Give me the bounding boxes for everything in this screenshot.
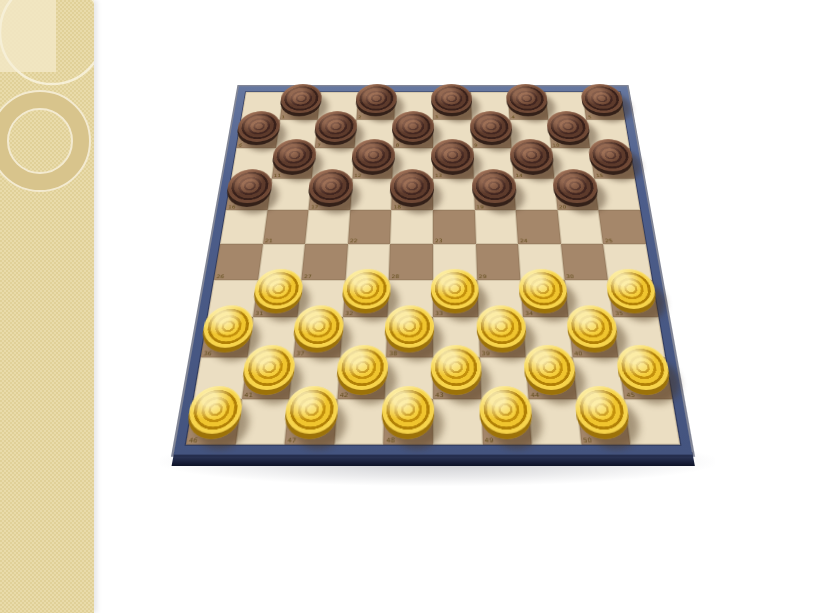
square-number: 12: [354, 173, 361, 177]
square-number: 7: [317, 143, 321, 147]
square: [474, 210, 518, 244]
square: 47: [285, 400, 338, 445]
square-number: 9: [474, 143, 478, 147]
square: 26: [214, 244, 263, 280]
square-number: 46: [188, 437, 198, 444]
dark-piece: [278, 87, 322, 116]
dark-piece: [270, 143, 317, 175]
square-number: 1: [281, 115, 285, 119]
square: 13: [433, 148, 473, 178]
square-number: 30: [566, 274, 574, 279]
square: 20: [554, 178, 599, 210]
dark-piece: [431, 143, 474, 175]
square-number: 2: [358, 115, 362, 119]
square: 36: [201, 317, 253, 357]
square-number: 38: [389, 350, 397, 356]
light-piece: [574, 391, 632, 439]
square-number: 16: [228, 205, 236, 210]
dark-piece: [235, 114, 282, 145]
square-number: 39: [481, 350, 490, 356]
square: 18: [392, 178, 433, 210]
square-number: 41: [244, 392, 253, 398]
square-number: 21: [265, 238, 273, 243]
square: 8: [394, 119, 433, 148]
square-number: 3: [435, 115, 438, 119]
light-piece: [518, 273, 569, 313]
light-piece: [431, 349, 483, 394]
square-number: 29: [479, 274, 487, 279]
board-photo: 1234567891011121314151617181920212223242…: [0, 0, 816, 613]
dark-piece: [390, 173, 435, 207]
square: 41: [241, 357, 293, 399]
square: 22: [348, 210, 392, 244]
light-piece: [616, 349, 674, 394]
square: 9: [471, 119, 511, 148]
square-number: 37: [296, 350, 305, 356]
light-piece: [341, 273, 391, 313]
square-number: 49: [484, 437, 493, 444]
square-number: 19: [476, 205, 484, 210]
dark-piece: [431, 87, 472, 116]
square: 14: [512, 148, 554, 178]
square: 4: [508, 92, 548, 119]
square: [557, 210, 603, 244]
square-number: 35: [615, 311, 624, 316]
square: 28: [389, 244, 433, 280]
square-number: 15: [596, 173, 604, 177]
light-piece: [478, 391, 533, 439]
square: 15: [590, 148, 634, 178]
square: 50: [577, 400, 631, 445]
square: 17: [309, 178, 353, 210]
dark-piece: [313, 114, 357, 145]
square-number: 8: [396, 143, 400, 147]
draughts-board: 1234567891011121314151617181920212223242…: [174, 86, 693, 454]
square: [433, 178, 474, 210]
dark-piece: [580, 87, 625, 116]
square: 44: [526, 357, 577, 399]
square: 25: [599, 210, 646, 244]
dark-piece: [351, 143, 396, 175]
square: 1: [280, 92, 321, 119]
square: 46: [186, 400, 242, 445]
square: 24: [516, 210, 561, 244]
square: 40: [568, 317, 619, 357]
square-number: 6: [238, 143, 242, 147]
square: [305, 210, 350, 244]
square-number: 44: [531, 392, 540, 398]
square-number: 26: [216, 274, 225, 279]
dark-piece: [552, 173, 600, 207]
light-piece: [605, 273, 659, 313]
square-number: 27: [304, 274, 312, 279]
square-number: 17: [311, 205, 319, 210]
square-number: 14: [515, 173, 523, 177]
square-number: 10: [552, 143, 559, 147]
square: 38: [387, 317, 433, 357]
dark-piece: [471, 173, 517, 207]
dark-piece: [588, 143, 636, 175]
square-number: 36: [203, 350, 212, 356]
square-number: 28: [391, 274, 399, 279]
square-number: 24: [520, 238, 528, 243]
square: 3: [433, 92, 471, 119]
square: 45: [619, 357, 673, 399]
light-piece: [199, 310, 255, 353]
square-number: 34: [525, 311, 533, 316]
square: [594, 178, 640, 210]
square: 6: [236, 119, 279, 148]
square: 23: [433, 210, 476, 244]
square-number: 42: [340, 392, 349, 398]
square: 31: [253, 280, 302, 318]
square: 19: [473, 178, 516, 210]
slide: 1234567891011121314151617181920212223242…: [0, 0, 816, 613]
light-piece: [292, 310, 345, 353]
square: 49: [481, 400, 532, 445]
square-number: 20: [559, 205, 567, 210]
square: 10: [548, 119, 590, 148]
square: [514, 178, 558, 210]
light-piece: [565, 310, 619, 353]
dark-piece: [469, 114, 512, 145]
light-piece: [381, 391, 434, 439]
square: 37: [294, 317, 343, 357]
square: 43: [433, 357, 481, 399]
dark-piece: [355, 87, 397, 116]
dark-piece: [224, 173, 273, 207]
dark-piece: [509, 143, 555, 175]
light-piece: [240, 349, 296, 394]
square: 21: [263, 210, 309, 244]
square-number: 31: [255, 311, 264, 316]
light-piece: [476, 310, 527, 353]
square-number: 11: [274, 173, 282, 177]
square: 29: [476, 244, 521, 280]
square: 34: [521, 280, 569, 318]
square-number: 23: [435, 238, 443, 243]
square: 5: [583, 92, 625, 119]
square: [350, 178, 393, 210]
square: [334, 400, 385, 445]
square-number: 13: [435, 173, 442, 177]
square: [220, 210, 267, 244]
square: 32: [343, 280, 389, 318]
square: 39: [478, 317, 526, 357]
square: [529, 400, 582, 445]
square: 42: [337, 357, 386, 399]
square-number: 25: [605, 238, 613, 243]
square: 30: [561, 244, 608, 280]
square: 35: [608, 280, 658, 318]
square: [390, 210, 433, 244]
light-piece: [184, 391, 244, 439]
square-number: 22: [350, 238, 358, 243]
square-number: 50: [583, 437, 593, 444]
dark-piece: [506, 87, 549, 116]
light-piece: [251, 273, 304, 313]
square: [267, 178, 312, 210]
square: 48: [384, 400, 433, 445]
square: [235, 400, 289, 445]
square: 11: [272, 148, 315, 178]
square-number: 48: [386, 437, 395, 444]
square-number: 47: [287, 437, 296, 444]
square: 7: [315, 119, 356, 148]
square: 33: [433, 280, 478, 318]
square: [625, 400, 681, 445]
square-number: 40: [574, 350, 583, 356]
light-piece: [335, 349, 388, 394]
square-number: 33: [435, 311, 443, 316]
dark-piece: [546, 114, 591, 145]
light-piece: [431, 273, 480, 313]
dark-piece: [307, 173, 354, 207]
dark-piece: [392, 114, 434, 145]
square-number: 5: [588, 115, 592, 119]
square: 16: [226, 178, 272, 210]
square-number: 18: [394, 205, 402, 210]
square-number: 43: [435, 392, 444, 398]
square: 2: [356, 92, 395, 119]
light-piece: [523, 349, 578, 394]
light-piece: [385, 310, 435, 353]
square-number: 45: [626, 392, 635, 398]
square-number: 32: [345, 311, 353, 316]
board-grid: 1234567891011121314151617181920212223242…: [186, 92, 680, 445]
square: [433, 400, 482, 445]
square-number: 4: [511, 115, 515, 119]
light-piece: [283, 391, 339, 439]
square: 12: [352, 148, 393, 178]
square: 27: [302, 244, 348, 280]
